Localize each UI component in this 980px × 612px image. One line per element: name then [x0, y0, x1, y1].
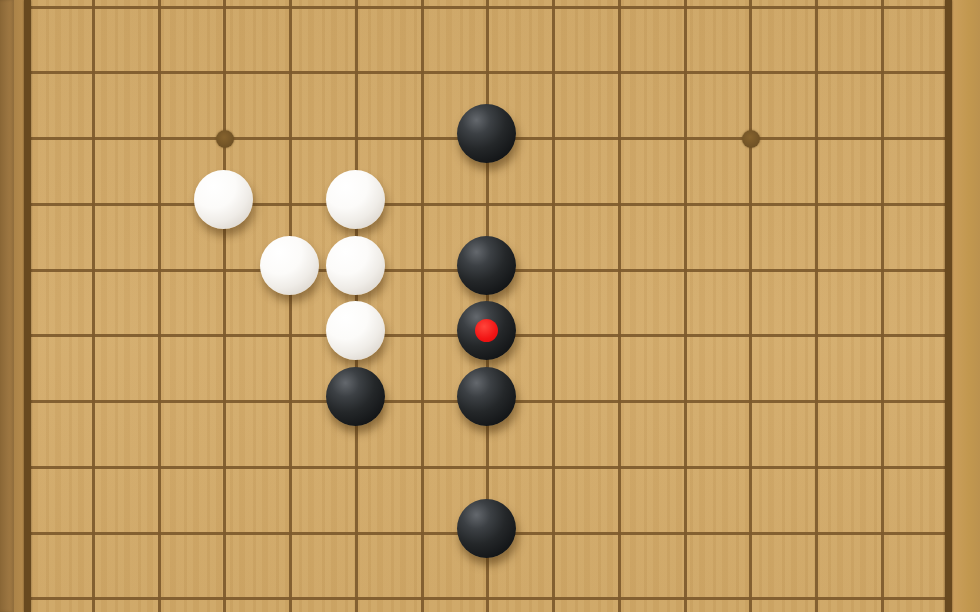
board-cell[interactable] — [618, 466, 684, 532]
board-cell[interactable] — [552, 137, 618, 203]
board-cell[interactable] — [881, 203, 947, 269]
board-cell[interactable] — [223, 400, 289, 466]
board-cell[interactable] — [289, 532, 355, 598]
board-cell[interactable] — [749, 334, 815, 400]
board-cell[interactable] — [92, 532, 158, 598]
board-cell[interactable] — [158, 400, 224, 466]
board-cell[interactable] — [881, 532, 947, 598]
board-cell[interactable] — [92, 334, 158, 400]
board-cell[interactable] — [684, 532, 750, 598]
board-left-border-line — [24, 0, 31, 612]
board-cell[interactable] — [749, 532, 815, 598]
board-cell[interactable] — [552, 6, 618, 72]
board-cell[interactable] — [552, 466, 618, 532]
board-cell[interactable] — [92, 203, 158, 269]
board-cell[interactable] — [26, 137, 92, 203]
board-cell[interactable] — [26, 71, 92, 137]
board-cell[interactable] — [684, 269, 750, 335]
board-cell[interactable] — [289, 6, 355, 72]
board-cell[interactable] — [223, 334, 289, 400]
board-cell[interactable] — [552, 400, 618, 466]
board-cell[interactable] — [815, 532, 881, 598]
board-cell[interactable] — [749, 71, 815, 137]
board-cell[interactable] — [815, 400, 881, 466]
board-cell[interactable] — [684, 6, 750, 72]
board-cell[interactable] — [684, 466, 750, 532]
board-cell[interactable] — [552, 532, 618, 598]
stone-black — [457, 104, 516, 163]
stone-white — [194, 170, 253, 229]
board-cell[interactable] — [749, 137, 815, 203]
board-cell[interactable] — [421, 6, 487, 72]
board-cell[interactable] — [749, 400, 815, 466]
board-cell[interactable] — [26, 532, 92, 598]
board-cell[interactable] — [92, 137, 158, 203]
board-cell[interactable] — [881, 6, 947, 72]
board-cell[interactable] — [881, 137, 947, 203]
stone-black — [457, 499, 516, 558]
board-cell[interactable] — [815, 71, 881, 137]
board-cell[interactable] — [26, 203, 92, 269]
board-cell[interactable] — [223, 466, 289, 532]
star-point — [216, 130, 234, 148]
board-cell[interactable] — [749, 269, 815, 335]
board-cell[interactable] — [815, 137, 881, 203]
board-cell[interactable] — [289, 466, 355, 532]
board-cell[interactable] — [158, 466, 224, 532]
board-cell[interactable] — [486, 6, 552, 72]
board-cell[interactable] — [881, 400, 947, 466]
board-cell[interactable] — [749, 466, 815, 532]
board-cell[interactable] — [223, 71, 289, 137]
board-cell[interactable] — [158, 269, 224, 335]
board-cell[interactable] — [92, 6, 158, 72]
board-cell[interactable] — [552, 269, 618, 335]
board-cell[interactable] — [684, 400, 750, 466]
board-cell[interactable] — [92, 269, 158, 335]
board-cell[interactable] — [684, 137, 750, 203]
board-cell[interactable] — [881, 269, 947, 335]
board-cell[interactable] — [881, 466, 947, 532]
board-cell[interactable] — [618, 532, 684, 598]
board-cell[interactable] — [92, 400, 158, 466]
board-cell[interactable] — [26, 334, 92, 400]
board-right-edge-wood — [952, 0, 980, 612]
stone-white — [326, 301, 385, 360]
stone-black — [457, 236, 516, 295]
board-cell[interactable] — [618, 6, 684, 72]
stone-black — [326, 367, 385, 426]
board-cell[interactable] — [158, 532, 224, 598]
board-cell[interactable] — [289, 71, 355, 137]
stone-black — [457, 367, 516, 426]
board-cell[interactable] — [26, 400, 92, 466]
board-cell[interactable] — [815, 203, 881, 269]
board-right-border-line — [945, 0, 952, 612]
board-cell[interactable] — [684, 71, 750, 137]
board-cell[interactable] — [158, 71, 224, 137]
board-cell[interactable] — [223, 6, 289, 72]
board-cell[interactable] — [749, 6, 815, 72]
stone-white — [326, 236, 385, 295]
board-cell[interactable] — [684, 203, 750, 269]
board-cell[interactable] — [355, 532, 421, 598]
board-cell[interactable] — [881, 71, 947, 137]
board-cell[interactable] — [618, 71, 684, 137]
stone-white — [326, 170, 385, 229]
board-cell[interactable] — [618, 334, 684, 400]
board-cell[interactable] — [158, 6, 224, 72]
board-cell[interactable] — [355, 466, 421, 532]
board-cell[interactable] — [618, 269, 684, 335]
board-cell[interactable] — [92, 71, 158, 137]
board-cell[interactable] — [618, 137, 684, 203]
goban-board[interactable] — [0, 0, 980, 612]
board-cell[interactable] — [815, 466, 881, 532]
board-left-edge-wood — [0, 0, 14, 612]
board-cell[interactable] — [26, 466, 92, 532]
board-cell[interactable] — [881, 334, 947, 400]
board-cell[interactable] — [684, 334, 750, 400]
board-cell[interactable] — [223, 532, 289, 598]
board-cell[interactable] — [815, 269, 881, 335]
board-cell[interactable] — [26, 269, 92, 335]
board-cell[interactable] — [618, 203, 684, 269]
board-cell[interactable] — [552, 71, 618, 137]
board-cell[interactable] — [815, 6, 881, 72]
board-cell[interactable] — [355, 71, 421, 137]
stone-white — [260, 236, 319, 295]
star-point — [742, 130, 760, 148]
board-cell[interactable] — [552, 203, 618, 269]
board-cell[interactable] — [355, 6, 421, 72]
board-cell[interactable] — [749, 203, 815, 269]
board-cell[interactable] — [618, 400, 684, 466]
board-cell[interactable] — [26, 6, 92, 72]
last-move-marker — [475, 319, 498, 342]
board-cell[interactable] — [815, 334, 881, 400]
board-cell[interactable] — [92, 466, 158, 532]
board-cell[interactable] — [158, 334, 224, 400]
board-cell[interactable] — [552, 334, 618, 400]
